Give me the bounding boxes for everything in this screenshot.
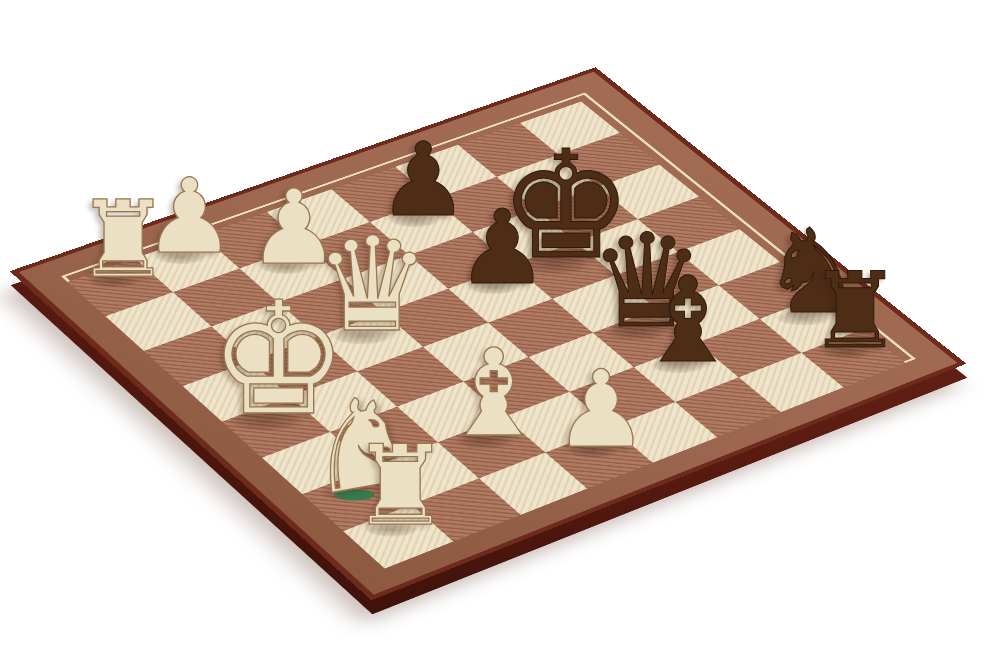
photo-background: ♜♟♟♛♚♝♞♜♟♟♟♚♛♝♞♜ [0,0,1000,667]
chessboard [10,67,967,600]
board-grid [67,101,905,568]
